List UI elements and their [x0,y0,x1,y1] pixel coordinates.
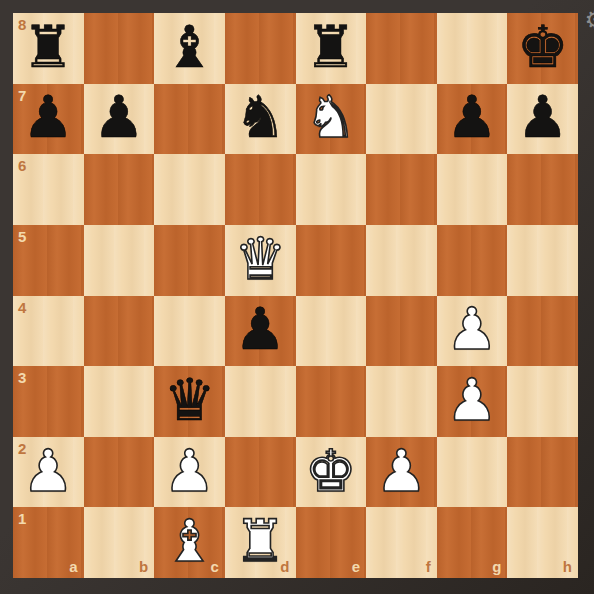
square-e2[interactable]: ♚ [296,437,367,508]
square-e6[interactable] [296,154,367,225]
square-b2[interactable] [84,437,155,508]
square-c4[interactable] [154,296,225,367]
piece-black-rook[interactable]: ♜ [305,18,357,76]
piece-white-pawn[interactable]: ♟ [164,442,216,500]
square-h5[interactable] [507,225,578,296]
square-b4[interactable] [84,296,155,367]
square-f2[interactable]: ♟ [366,437,437,508]
square-e8[interactable]: ♜ [296,13,367,84]
piece-white-rook[interactable]: ♜ [234,512,286,570]
square-h1[interactable]: h [507,507,578,578]
square-b6[interactable] [84,154,155,225]
rank-label: 4 [18,300,26,315]
square-h8[interactable]: ♚ [507,13,578,84]
piece-white-pawn[interactable]: ♟ [446,300,498,358]
file-label: h [563,559,572,574]
square-e7[interactable]: ♞ [296,84,367,155]
rank-label: 6 [18,158,26,173]
square-g5[interactable] [437,225,508,296]
square-g4[interactable]: ♟ [437,296,508,367]
file-label: e [352,559,360,574]
square-b5[interactable] [84,225,155,296]
square-f5[interactable] [366,225,437,296]
square-a3[interactable]: 3 [13,366,84,437]
square-f3[interactable] [366,366,437,437]
square-a4[interactable]: 4 [13,296,84,367]
square-f6[interactable] [366,154,437,225]
page-background: { "game": "chess", "position": { "fen": … [0,0,594,594]
square-d4[interactable]: ♟ [225,296,296,367]
square-d6[interactable] [225,154,296,225]
square-e1[interactable]: e [296,507,367,578]
square-d5[interactable]: ♛ [225,225,296,296]
file-label: g [492,559,501,574]
piece-black-rook[interactable]: ♜ [22,18,74,76]
square-a7[interactable]: 7♟ [13,84,84,155]
square-c3[interactable]: ♛ [154,366,225,437]
square-h4[interactable] [507,296,578,367]
piece-black-king[interactable]: ♚ [517,18,569,76]
square-b3[interactable] [84,366,155,437]
square-b8[interactable] [84,13,155,84]
piece-black-bishop[interactable]: ♝ [164,18,216,76]
square-c2[interactable]: ♟ [154,437,225,508]
square-d7[interactable]: ♞ [225,84,296,155]
square-g1[interactable]: g [437,507,508,578]
square-e5[interactable] [296,225,367,296]
piece-black-pawn[interactable]: ♟ [446,88,498,146]
piece-white-knight[interactable]: ♞ [305,88,357,146]
piece-black-pawn[interactable]: ♟ [517,88,569,146]
square-g6[interactable] [437,154,508,225]
square-d3[interactable] [225,366,296,437]
square-a5[interactable]: 5 [13,225,84,296]
square-e4[interactable] [296,296,367,367]
square-h2[interactable] [507,437,578,508]
rank-label: 5 [18,229,26,244]
rank-label: 3 [18,370,26,385]
piece-white-pawn[interactable]: ♟ [446,371,498,429]
piece-black-pawn[interactable]: ♟ [93,88,145,146]
piece-white-bishop[interactable]: ♝ [164,512,216,570]
square-h3[interactable] [507,366,578,437]
settings-gear-icon[interactable]: ⚙ [584,6,594,34]
square-c5[interactable] [154,225,225,296]
piece-black-queen[interactable]: ♛ [164,371,216,429]
piece-white-pawn[interactable]: ♟ [22,442,74,500]
square-g2[interactable] [437,437,508,508]
piece-black-knight[interactable]: ♞ [234,88,286,146]
square-h7[interactable]: ♟ [507,84,578,155]
square-f4[interactable] [366,296,437,367]
square-e3[interactable] [296,366,367,437]
square-a8[interactable]: 8♜ [13,13,84,84]
file-label: f [426,559,431,574]
square-g3[interactable]: ♟ [437,366,508,437]
chess-board: 8♜♝♜♚7♟♟♞♞♟♟65♛4♟♟3♛♟2♟♟♚♟1abc♝d♜efgh [13,13,578,578]
piece-white-queen[interactable]: ♛ [234,230,286,288]
piece-white-king[interactable]: ♚ [305,442,357,500]
square-b1[interactable]: b [84,507,155,578]
square-c7[interactable] [154,84,225,155]
square-h6[interactable] [507,154,578,225]
piece-black-pawn[interactable]: ♟ [22,88,74,146]
piece-white-pawn[interactable]: ♟ [375,442,427,500]
square-f8[interactable] [366,13,437,84]
square-g7[interactable]: ♟ [437,84,508,155]
square-d8[interactable] [225,13,296,84]
square-a2[interactable]: 2♟ [13,437,84,508]
square-f7[interactable] [366,84,437,155]
square-a1[interactable]: 1a [13,507,84,578]
piece-black-pawn[interactable]: ♟ [234,300,286,358]
square-c8[interactable]: ♝ [154,13,225,84]
square-c6[interactable] [154,154,225,225]
square-b7[interactable]: ♟ [84,84,155,155]
square-d1[interactable]: d♜ [225,507,296,578]
square-a6[interactable]: 6 [13,154,84,225]
rank-label: 1 [18,511,26,526]
square-f1[interactable]: f [366,507,437,578]
square-d2[interactable] [225,437,296,508]
square-g8[interactable] [437,13,508,84]
file-label: b [139,559,148,574]
file-label: a [69,559,77,574]
square-c1[interactable]: c♝ [154,507,225,578]
